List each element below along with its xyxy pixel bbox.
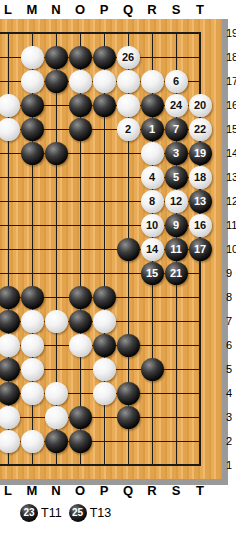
stone-N4[interactable] (45, 382, 68, 405)
stone-L3[interactable] (0, 406, 20, 429)
stone-L5[interactable] (0, 358, 20, 381)
caption-stone-23: 23 (20, 504, 38, 522)
row-label-2: 2 (226, 434, 236, 448)
column-label-bottom-S: S (166, 483, 186, 498)
stone-O8[interactable] (69, 286, 92, 309)
row-label-5: 5 (226, 362, 236, 376)
stone-P8[interactable] (93, 286, 116, 309)
stone-Q4[interactable] (117, 382, 140, 405)
stone-L8[interactable] (0, 286, 20, 309)
row-label-12: 12 (226, 194, 236, 208)
stone-P4[interactable] (93, 382, 116, 405)
row-label-1: 1 (226, 458, 236, 472)
caption-point-label-T11: T11 (41, 506, 62, 520)
row-label-18: 18 (226, 50, 236, 64)
row-label-15: 15 (226, 122, 236, 136)
column-label-top-Q: Q (118, 2, 138, 17)
stone-N2[interactable] (45, 430, 68, 453)
row-label-3: 3 (226, 410, 236, 424)
stone-Q10[interactable] (117, 238, 140, 261)
stone-R9[interactable]: 15 (141, 262, 164, 285)
stone-M7[interactable] (21, 310, 44, 333)
column-label-bottom-M: M (22, 483, 42, 498)
stone-P16[interactable] (93, 94, 116, 117)
stone-L16[interactable] (0, 94, 20, 117)
caption-moves: 23T1125T13 (20, 503, 118, 522)
stone-L2[interactable] (0, 430, 20, 453)
stone-Q18[interactable]: 26 (117, 46, 140, 69)
stone-M6[interactable] (21, 334, 44, 357)
stone-O6[interactable] (69, 334, 92, 357)
go-board[interactable]: 266242021722319451881213109161411171521 (0, 19, 222, 479)
stone-T16[interactable]: 20 (189, 94, 212, 117)
stone-L6[interactable] (0, 334, 20, 357)
stone-R16[interactable] (141, 94, 164, 117)
column-label-bottom-R: R (142, 483, 162, 498)
stone-N18[interactable] (45, 46, 68, 69)
stone-O16[interactable] (69, 94, 92, 117)
stone-Q17[interactable] (117, 70, 140, 93)
stone-R17[interactable] (141, 70, 164, 93)
go-diagram: LMNOPQRST 266242021722319451881213109161… (0, 0, 236, 537)
stone-L7[interactable] (0, 310, 20, 333)
stone-L4[interactable] (0, 382, 20, 405)
row-label-9: 9 (226, 266, 236, 280)
caption-stone-25: 25 (69, 504, 87, 522)
stone-O17[interactable] (69, 70, 92, 93)
stone-Q16[interactable] (117, 94, 140, 117)
stone-R14[interactable] (141, 142, 164, 165)
stone-N14[interactable] (45, 142, 68, 165)
stone-Q15[interactable]: 2 (117, 118, 140, 141)
stone-S14[interactable]: 3 (165, 142, 188, 165)
row-label-11: 11 (226, 218, 236, 232)
stone-T12[interactable]: 13 (189, 190, 212, 213)
stone-O2[interactable] (69, 430, 92, 453)
stone-S16[interactable]: 24 (165, 94, 188, 117)
stone-T13[interactable]: 18 (189, 166, 212, 189)
stone-M18[interactable] (21, 46, 44, 69)
column-label-bottom-N: N (46, 483, 66, 498)
stone-R5[interactable] (141, 358, 164, 381)
stone-N7[interactable] (45, 310, 68, 333)
stone-R13[interactable]: 4 (141, 166, 164, 189)
column-label-top-N: N (46, 2, 66, 17)
stone-N3[interactable] (45, 406, 68, 429)
column-label-top-P: P (94, 2, 114, 17)
stone-T10[interactable]: 17 (189, 238, 212, 261)
stone-M8[interactable] (21, 286, 44, 309)
stone-T11[interactable]: 16 (189, 214, 212, 237)
caption-point-label-T13: T13 (90, 506, 112, 520)
stone-M4[interactable] (21, 382, 44, 405)
stone-S12[interactable]: 12 (165, 190, 188, 213)
stone-O7[interactable] (69, 310, 92, 333)
column-label-top-O: O (70, 2, 90, 17)
stone-R10[interactable]: 14 (141, 238, 164, 261)
column-label-top-T: T (190, 2, 210, 17)
stone-P5[interactable] (93, 358, 116, 381)
stone-P18[interactable] (93, 46, 116, 69)
stone-O15[interactable] (69, 118, 92, 141)
row-label-19: 19 (226, 26, 236, 40)
column-label-top-R: R (142, 2, 162, 17)
stone-S9[interactable]: 21 (165, 262, 188, 285)
column-label-bottom-Q: Q (118, 483, 138, 498)
stone-S11[interactable]: 9 (165, 214, 188, 237)
stone-L15[interactable] (0, 118, 20, 141)
row-label-14: 14 (226, 146, 236, 160)
stone-S10[interactable]: 11 (165, 238, 188, 261)
stone-M15[interactable] (21, 118, 44, 141)
row-label-6: 6 (226, 338, 236, 352)
row-label-7: 7 (226, 314, 236, 328)
stone-S13[interactable]: 5 (165, 166, 188, 189)
grid-line-row-1 (0, 464, 201, 466)
stone-P17[interactable] (93, 70, 116, 93)
row-label-13: 13 (226, 170, 236, 184)
row-label-16: 16 (226, 98, 236, 112)
column-label-bottom-P: P (94, 483, 114, 498)
stone-T15[interactable]: 22 (189, 118, 212, 141)
stone-O18[interactable] (69, 46, 92, 69)
stone-Q3[interactable] (117, 406, 140, 429)
row-label-10: 10 (226, 242, 236, 256)
grid-line-row-3 (0, 417, 201, 418)
stone-S17[interactable]: 6 (165, 70, 188, 93)
stone-P6[interactable] (93, 334, 116, 357)
stone-R15[interactable]: 1 (141, 118, 164, 141)
row-label-17: 17 (226, 74, 236, 88)
stone-P7[interactable] (93, 310, 116, 333)
stone-M14[interactable] (21, 142, 44, 165)
column-label-top-S: S (166, 2, 186, 17)
stone-N17[interactable] (45, 70, 68, 93)
column-label-bottom-T: T (190, 483, 210, 498)
stone-Q6[interactable] (117, 334, 140, 357)
stone-R12[interactable]: 8 (141, 190, 164, 213)
stone-R11[interactable]: 10 (141, 214, 164, 237)
grid-line-row-19 (0, 32, 201, 34)
column-label-top-M: M (22, 2, 42, 17)
stone-T14[interactable]: 19 (189, 142, 212, 165)
stone-S15[interactable]: 7 (165, 118, 188, 141)
row-label-8: 8 (226, 290, 236, 304)
stone-O3[interactable] (69, 406, 92, 429)
column-label-bottom-O: O (70, 483, 90, 498)
row-label-4: 4 (226, 386, 236, 400)
stone-M2[interactable] (21, 430, 44, 453)
column-label-top-L: L (0, 2, 18, 17)
column-label-bottom-L: L (0, 483, 18, 498)
stone-M16[interactable] (21, 94, 44, 117)
stone-M5[interactable] (21, 358, 44, 381)
stone-M17[interactable] (21, 70, 44, 93)
